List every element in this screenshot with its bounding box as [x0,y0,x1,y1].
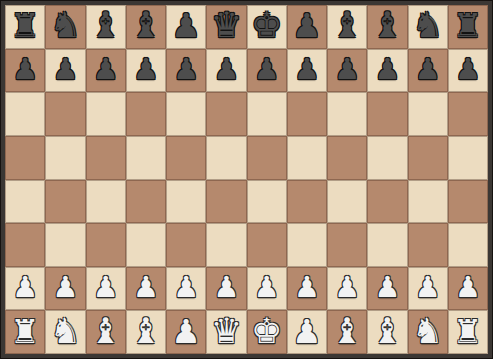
square-l1[interactable]: ♜ [448,310,488,354]
square-h7[interactable]: ♟ [287,49,327,93]
white-pawn[interactable]: ♟ [133,273,159,302]
white-knight[interactable]: ♞ [50,314,81,349]
square-e5[interactable] [166,136,206,180]
white-alfil[interactable]: ♝ [372,314,403,349]
square-g2[interactable]: ♟ [247,267,287,311]
square-a8[interactable]: ♜ [5,5,45,49]
square-b8[interactable]: ♞ [45,5,85,49]
square-c6[interactable] [86,92,126,136]
white-pawn[interactable]: ♟ [415,273,441,302]
square-i4[interactable] [327,180,367,224]
square-d6[interactable] [126,92,166,136]
square-k8[interactable]: ♞ [408,5,448,49]
courier-chess-board: ♜♞♝♝♟♛♚♟♝♝♞♜♟♟♟♟♟♟♟♟♟♟♟♟♟♟♟♟♟♟♟♟♟♟♟♟♜♞♝♝… [5,5,488,354]
square-d4[interactable] [126,180,166,224]
square-e7[interactable]: ♟ [166,49,206,93]
black-pawn[interactable]: ♟ [254,55,280,84]
square-i6[interactable] [327,92,367,136]
square-i3[interactable] [327,223,367,267]
square-b6[interactable] [45,92,85,136]
square-j8[interactable]: ♝ [367,5,407,49]
white-pawn[interactable]: ♟ [455,273,481,302]
square-k5[interactable] [408,136,448,180]
square-f1[interactable]: ♛ [206,310,246,354]
square-b3[interactable] [45,223,85,267]
square-c5[interactable] [86,136,126,180]
white-courier-bishop[interactable]: ♝ [331,314,362,349]
square-e6[interactable] [166,92,206,136]
square-d8[interactable]: ♝ [126,5,166,49]
square-e2[interactable]: ♟ [166,267,206,311]
square-d2[interactable]: ♟ [126,267,166,311]
square-g4[interactable] [247,180,287,224]
square-g8[interactable]: ♚ [247,5,287,49]
white-pawn[interactable]: ♟ [93,273,119,302]
square-j4[interactable] [367,180,407,224]
black-pawn[interactable]: ♟ [12,55,38,84]
black-pawn[interactable]: ♟ [374,55,400,84]
square-i2[interactable]: ♟ [327,267,367,311]
square-e1[interactable]: ♟ [166,310,206,354]
square-g7[interactable]: ♟ [247,49,287,93]
white-pawn[interactable]: ♟ [173,273,199,302]
white-king[interactable]: ♚ [251,314,282,349]
black-pawn[interactable]: ♟ [294,55,320,84]
black-pawn[interactable]: ♟ [415,55,441,84]
black-queen[interactable]: ♛ [211,8,242,43]
square-f8[interactable]: ♛ [206,5,246,49]
white-pawn[interactable]: ♟ [374,273,400,302]
square-d1[interactable]: ♝ [126,310,166,354]
black-courier-bishop[interactable]: ♝ [331,8,362,43]
white-pawn[interactable]: ♟ [213,273,239,302]
square-i1[interactable]: ♝ [327,310,367,354]
square-l4[interactable] [448,180,488,224]
square-f5[interactable] [206,136,246,180]
square-d5[interactable] [126,136,166,180]
black-courier-bishop[interactable]: ♝ [130,8,161,43]
square-h4[interactable] [287,180,327,224]
black-knight[interactable]: ♞ [50,8,81,43]
square-g5[interactable] [247,136,287,180]
square-e8[interactable]: ♟ [166,5,206,49]
square-e3[interactable] [166,223,206,267]
square-a7[interactable]: ♟ [5,49,45,93]
square-a2[interactable]: ♟ [5,267,45,311]
square-a6[interactable] [5,92,45,136]
square-c2[interactable]: ♟ [86,267,126,311]
square-a4[interactable] [5,180,45,224]
square-h2[interactable]: ♟ [287,267,327,311]
square-j2[interactable]: ♟ [367,267,407,311]
black-alfil[interactable]: ♝ [372,8,403,43]
square-d3[interactable] [126,223,166,267]
white-pawn[interactable]: ♟ [52,273,78,302]
square-h8[interactable]: ♟ [287,5,327,49]
square-l2[interactable]: ♟ [448,267,488,311]
square-l5[interactable] [448,136,488,180]
square-k3[interactable] [408,223,448,267]
square-f6[interactable] [206,92,246,136]
square-g6[interactable] [247,92,287,136]
square-k1[interactable]: ♞ [408,310,448,354]
square-g3[interactable] [247,223,287,267]
square-k7[interactable]: ♟ [408,49,448,93]
black-pawn[interactable]: ♟ [133,55,159,84]
white-knight[interactable]: ♞ [412,314,443,349]
white-courier-bishop[interactable]: ♝ [130,314,161,349]
square-a3[interactable] [5,223,45,267]
white-pawn[interactable]: ♟ [294,273,320,302]
white-pawn[interactable]: ♟ [12,273,38,302]
black-king[interactable]: ♚ [251,8,282,43]
black-knight[interactable]: ♞ [412,8,443,43]
square-f4[interactable] [206,180,246,224]
square-c1[interactable]: ♝ [86,310,126,354]
square-k4[interactable] [408,180,448,224]
white-rook[interactable]: ♜ [453,315,483,348]
square-j3[interactable] [367,223,407,267]
black-mann[interactable]: ♟ [171,9,201,42]
square-l3[interactable] [448,223,488,267]
white-rook[interactable]: ♜ [10,315,40,348]
square-l6[interactable] [448,92,488,136]
white-mann[interactable]: ♟ [171,315,201,348]
black-rook[interactable]: ♜ [453,9,483,42]
square-g1[interactable]: ♚ [247,310,287,354]
black-alfil[interactable]: ♝ [90,8,121,43]
white-pawn[interactable]: ♟ [254,273,280,302]
square-k6[interactable] [408,92,448,136]
square-l8[interactable]: ♜ [448,5,488,49]
square-k2[interactable]: ♟ [408,267,448,311]
square-f3[interactable] [206,223,246,267]
square-i7[interactable]: ♟ [327,49,367,93]
square-h3[interactable] [287,223,327,267]
square-h1[interactable]: ♟ [287,310,327,354]
square-b1[interactable]: ♞ [45,310,85,354]
square-a1[interactable]: ♜ [5,310,45,354]
square-h6[interactable] [287,92,327,136]
black-pawn[interactable]: ♟ [93,55,119,84]
black-pawn[interactable]: ♟ [213,55,239,84]
white-mann[interactable]: ♟ [292,315,322,348]
square-b2[interactable]: ♟ [45,267,85,311]
black-pawn[interactable]: ♟ [173,55,199,84]
square-j6[interactable] [367,92,407,136]
square-f2[interactable]: ♟ [206,267,246,311]
black-pawn[interactable]: ♟ [334,55,360,84]
square-h5[interactable] [287,136,327,180]
square-b4[interactable] [45,180,85,224]
square-c8[interactable]: ♝ [86,5,126,49]
square-i8[interactable]: ♝ [327,5,367,49]
square-j7[interactable]: ♟ [367,49,407,93]
square-j5[interactable] [367,136,407,180]
square-c7[interactable]: ♟ [86,49,126,93]
square-f7[interactable]: ♟ [206,49,246,93]
white-alfil[interactable]: ♝ [90,314,121,349]
square-a5[interactable] [5,136,45,180]
black-mann[interactable]: ♟ [292,9,322,42]
square-b5[interactable] [45,136,85,180]
square-d7[interactable]: ♟ [126,49,166,93]
square-b7[interactable]: ♟ [45,49,85,93]
square-c3[interactable] [86,223,126,267]
square-i5[interactable] [327,136,367,180]
square-j1[interactable]: ♝ [367,310,407,354]
square-c4[interactable] [86,180,126,224]
black-rook[interactable]: ♜ [10,9,40,42]
white-pawn[interactable]: ♟ [334,273,360,302]
black-pawn[interactable]: ♟ [455,55,481,84]
black-pawn[interactable]: ♟ [52,55,78,84]
square-e4[interactable] [166,180,206,224]
square-l7[interactable]: ♟ [448,49,488,93]
white-queen[interactable]: ♛ [211,314,242,349]
chess-board-frame: ♜♞♝♝♟♛♚♟♝♝♞♜♟♟♟♟♟♟♟♟♟♟♟♟♟♟♟♟♟♟♟♟♟♟♟♟♜♞♝♝… [0,0,493,359]
